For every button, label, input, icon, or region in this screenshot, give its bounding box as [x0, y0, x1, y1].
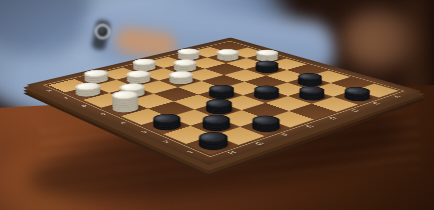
wristwatch-icon	[95, 24, 110, 39]
photo-scene: ⛀⛀⛀⛀⛀⛀⛀⛀⛀⛀⛁⛂⛂⛂⛂⛂⛂⛂⛂⛂⛂⛂ HGFEDCBA 12345678	[0, 0, 434, 210]
player-hand	[342, 10, 416, 68]
